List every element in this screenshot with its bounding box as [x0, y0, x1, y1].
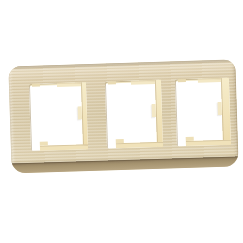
mounting-notch-middle: [152, 104, 156, 117]
frame-opening-3: [175, 78, 231, 147]
mounting-notch-middle: [218, 102, 222, 115]
mounting-notch-bottom: [116, 139, 124, 143]
mounting-notch-top-left: [178, 79, 186, 82]
wall-frame: [8, 59, 238, 173]
mounting-notch-middle: [78, 106, 82, 119]
mounting-notch-top-left: [32, 84, 40, 87]
mounting-notch-top: [198, 78, 221, 83]
inner-rim-right: [221, 78, 231, 145]
mounting-notch-bottom: [185, 137, 193, 141]
frame-face: [8, 59, 238, 164]
mounting-notch-top: [131, 80, 155, 85]
mounting-notch-bottom: [40, 141, 48, 145]
frame-opening-1: [29, 82, 88, 151]
mounting-notch-top-left: [108, 81, 116, 84]
frame-opening-2: [105, 80, 163, 149]
mounting-notch-top: [57, 82, 81, 87]
inner-rim-right: [155, 80, 163, 147]
photo-background: [0, 0, 243, 243]
